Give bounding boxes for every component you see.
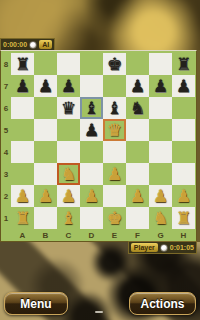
black-pawn: ♟ bbox=[61, 78, 76, 95]
black-pawn: ♟ bbox=[38, 78, 53, 95]
square-f5[interactable] bbox=[126, 119, 149, 141]
white-pawn: ♟ bbox=[15, 188, 30, 205]
file-label-d: D bbox=[80, 229, 103, 241]
file-label-f: F bbox=[126, 229, 149, 241]
square-d7[interactable] bbox=[80, 75, 103, 97]
white-knight: ♞ bbox=[153, 210, 168, 227]
white-pawn: ♟ bbox=[130, 188, 145, 205]
square-c7[interactable]: ♟ bbox=[57, 75, 80, 97]
chess-app-screen: 0:00:00 AI 8♜♚♜7♟♟♟♟♟♟6♛♝♝♞5♟♛43♞♟2♟♟♟♟♟… bbox=[0, 0, 200, 320]
square-h5[interactable] bbox=[172, 119, 195, 141]
black-pawn: ♟ bbox=[153, 78, 168, 95]
square-h7[interactable]: ♟ bbox=[172, 75, 195, 97]
file-label-e: E bbox=[103, 229, 126, 241]
square-c5[interactable] bbox=[57, 119, 80, 141]
square-c4[interactable] bbox=[57, 141, 80, 163]
square-f7[interactable]: ♟ bbox=[126, 75, 149, 97]
white-queen: ♛ bbox=[107, 122, 122, 139]
file-label-a: A bbox=[11, 229, 34, 241]
chess-board: 8♜♚♜7♟♟♟♟♟♟6♛♝♝♞5♟♛43♞♟2♟♟♟♟♟♟♟1♜♝♚♞♜ABC… bbox=[0, 50, 197, 242]
square-c2[interactable]: ♟ bbox=[57, 185, 80, 207]
square-h8[interactable]: ♜ bbox=[172, 53, 195, 75]
square-h6[interactable] bbox=[172, 97, 195, 119]
square-f6[interactable]: ♞ bbox=[126, 97, 149, 119]
rank-label-4: 4 bbox=[1, 141, 11, 163]
square-c3[interactable]: ♞ bbox=[57, 163, 80, 185]
square-g6[interactable] bbox=[149, 97, 172, 119]
file-label-h: H bbox=[172, 229, 195, 241]
black-pawn: ♟ bbox=[130, 78, 145, 95]
black-pawn: ♟ bbox=[176, 78, 191, 95]
square-f3[interactable] bbox=[126, 163, 149, 185]
square-g5[interactable] bbox=[149, 119, 172, 141]
rank-label-3: 3 bbox=[1, 163, 11, 185]
black-bishop: ♝ bbox=[84, 100, 99, 117]
rank-label-1: 1 bbox=[1, 207, 11, 229]
square-a8[interactable]: ♜ bbox=[11, 53, 34, 75]
black-queen: ♛ bbox=[61, 100, 76, 117]
white-pawn: ♟ bbox=[38, 188, 53, 205]
square-e6[interactable]: ♝ bbox=[103, 97, 126, 119]
square-b2[interactable]: ♟ bbox=[34, 185, 57, 207]
square-b6[interactable] bbox=[34, 97, 57, 119]
square-d8[interactable] bbox=[80, 53, 103, 75]
white-bishop: ♝ bbox=[61, 210, 76, 227]
square-a5[interactable] bbox=[11, 119, 34, 141]
square-c8[interactable] bbox=[57, 53, 80, 75]
white-pawn: ♟ bbox=[61, 188, 76, 205]
square-d4[interactable] bbox=[80, 141, 103, 163]
white-pawn: ♟ bbox=[153, 188, 168, 205]
square-f4[interactable] bbox=[126, 141, 149, 163]
square-d3[interactable] bbox=[80, 163, 103, 185]
menu-button[interactable]: Menu bbox=[4, 292, 68, 315]
square-f8[interactable] bbox=[126, 53, 149, 75]
square-e8[interactable]: ♚ bbox=[103, 53, 126, 75]
black-rook: ♜ bbox=[176, 56, 191, 73]
square-a7[interactable]: ♟ bbox=[11, 75, 34, 97]
square-e3[interactable]: ♟ bbox=[103, 163, 126, 185]
square-b3[interactable] bbox=[34, 163, 57, 185]
square-g3[interactable] bbox=[149, 163, 172, 185]
square-b1[interactable] bbox=[34, 207, 57, 229]
bottom-marker bbox=[95, 311, 103, 313]
square-a6[interactable] bbox=[11, 97, 34, 119]
file-label-b: B bbox=[34, 229, 57, 241]
square-b5[interactable] bbox=[34, 119, 57, 141]
white-rook: ♜ bbox=[176, 210, 191, 227]
square-e1[interactable]: ♚ bbox=[103, 207, 126, 229]
square-h1[interactable]: ♜ bbox=[172, 207, 195, 229]
square-a1[interactable]: ♜ bbox=[11, 207, 34, 229]
square-b4[interactable] bbox=[34, 141, 57, 163]
square-a3[interactable] bbox=[11, 163, 34, 185]
actions-button[interactable]: Actions bbox=[129, 292, 196, 315]
square-e2[interactable] bbox=[103, 185, 126, 207]
square-c1[interactable]: ♝ bbox=[57, 207, 80, 229]
rank-label-6: 6 bbox=[1, 97, 11, 119]
rank-label-2: 2 bbox=[1, 185, 11, 207]
ai-time: 0:00:00 bbox=[3, 39, 27, 50]
black-king: ♚ bbox=[107, 56, 122, 73]
white-rook: ♜ bbox=[15, 210, 30, 227]
square-g7[interactable]: ♟ bbox=[149, 75, 172, 97]
square-e5[interactable]: ♛ bbox=[103, 119, 126, 141]
file-label-c: C bbox=[57, 229, 80, 241]
square-g8[interactable] bbox=[149, 53, 172, 75]
ai-name-badge: AI bbox=[39, 40, 52, 49]
black-knight: ♞ bbox=[130, 100, 145, 117]
black-pawn: ♟ bbox=[15, 78, 30, 95]
player-name-badge: Player bbox=[131, 243, 158, 252]
square-c6[interactable]: ♛ bbox=[57, 97, 80, 119]
board-corner bbox=[1, 229, 11, 241]
white-pawn: ♟ bbox=[107, 166, 122, 183]
square-d2[interactable]: ♟ bbox=[80, 185, 103, 207]
square-f1[interactable] bbox=[126, 207, 149, 229]
white-disc-icon bbox=[160, 244, 168, 252]
square-g1[interactable]: ♞ bbox=[149, 207, 172, 229]
file-label-g: G bbox=[149, 229, 172, 241]
white-disc-icon bbox=[29, 41, 37, 49]
board-grid: 8♜♚♜7♟♟♟♟♟♟6♛♝♝♞5♟♛43♞♟2♟♟♟♟♟♟♟1♜♝♚♞♜ABC… bbox=[1, 53, 195, 241]
rank-label-7: 7 bbox=[1, 75, 11, 97]
black-pawn: ♟ bbox=[84, 122, 99, 139]
square-d6[interactable]: ♝ bbox=[80, 97, 103, 119]
white-knight: ♞ bbox=[61, 166, 76, 183]
black-rook: ♜ bbox=[15, 56, 30, 73]
square-e4[interactable] bbox=[103, 141, 126, 163]
player-clock-strip: Player 0:01:05 bbox=[128, 241, 197, 254]
white-king: ♚ bbox=[107, 210, 122, 227]
square-h4[interactable] bbox=[172, 141, 195, 163]
rank-label-5: 5 bbox=[1, 119, 11, 141]
square-e7[interactable] bbox=[103, 75, 126, 97]
black-bishop: ♝ bbox=[107, 100, 122, 117]
square-g2[interactable]: ♟ bbox=[149, 185, 172, 207]
square-b8[interactable] bbox=[34, 53, 57, 75]
square-g4[interactable] bbox=[149, 141, 172, 163]
rank-label-8: 8 bbox=[1, 53, 11, 75]
white-pawn: ♟ bbox=[176, 188, 191, 205]
player-time: 0:01:05 bbox=[170, 242, 194, 253]
square-h3[interactable] bbox=[172, 163, 195, 185]
square-a2[interactable]: ♟ bbox=[11, 185, 34, 207]
white-pawn: ♟ bbox=[84, 188, 99, 205]
square-b7[interactable]: ♟ bbox=[34, 75, 57, 97]
square-f2[interactable]: ♟ bbox=[126, 185, 149, 207]
square-d5[interactable]: ♟ bbox=[80, 119, 103, 141]
square-a4[interactable] bbox=[11, 141, 34, 163]
square-h2[interactable]: ♟ bbox=[172, 185, 195, 207]
square-d1[interactable] bbox=[80, 207, 103, 229]
